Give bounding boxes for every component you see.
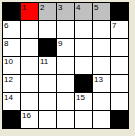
white-cell[interactable]: 7 <box>111 21 129 39</box>
black-cell <box>75 75 93 93</box>
white-cell[interactable] <box>111 75 129 93</box>
white-cell[interactable]: 9 <box>57 39 75 57</box>
white-cell[interactable] <box>93 57 111 75</box>
black-cell <box>39 39 57 57</box>
white-cell[interactable] <box>57 111 75 129</box>
white-cell[interactable] <box>39 21 57 39</box>
white-cell[interactable]: 14 <box>3 93 21 111</box>
white-cell[interactable] <box>39 93 57 111</box>
clue-number: 7 <box>112 21 116 30</box>
white-cell[interactable]: 10 <box>3 57 21 75</box>
crossword-grid: 12345678910111213141516 <box>2 2 129 129</box>
white-cell[interactable] <box>57 75 75 93</box>
white-cell[interactable] <box>57 21 75 39</box>
white-cell[interactable] <box>111 39 129 57</box>
white-cell[interactable] <box>21 75 39 93</box>
black-cell <box>3 3 21 21</box>
clue-number: 10 <box>4 57 13 66</box>
clue-number: 11 <box>40 57 48 66</box>
clue-number: 2 <box>40 3 44 12</box>
white-cell[interactable]: 12 <box>3 75 21 93</box>
selected-cell[interactable]: 1 <box>21 3 39 21</box>
white-cell[interactable] <box>21 39 39 57</box>
white-cell[interactable] <box>21 21 39 39</box>
white-cell[interactable] <box>93 93 111 111</box>
black-cell <box>3 111 21 129</box>
white-cell[interactable] <box>75 39 93 57</box>
clue-number: 1 <box>22 3 26 12</box>
white-cell[interactable]: 6 <box>3 21 21 39</box>
highlighted-word-cell[interactable]: 2 <box>39 3 57 21</box>
clue-number: 14 <box>4 93 13 102</box>
white-cell[interactable] <box>75 57 93 75</box>
clue-number: 9 <box>58 39 62 48</box>
black-cell <box>111 111 129 129</box>
white-cell[interactable]: 13 <box>93 75 111 93</box>
clue-number: 16 <box>22 111 31 120</box>
clue-number: 15 <box>76 93 85 102</box>
clue-number: 4 <box>76 3 80 12</box>
white-cell[interactable] <box>93 21 111 39</box>
clue-number: 5 <box>94 3 98 12</box>
white-cell[interactable] <box>21 93 39 111</box>
white-cell[interactable] <box>57 57 75 75</box>
white-cell[interactable]: 15 <box>75 93 93 111</box>
highlighted-word-cell[interactable]: 3 <box>57 3 75 21</box>
white-cell[interactable] <box>21 57 39 75</box>
white-cell[interactable]: 11 <box>39 57 57 75</box>
clue-number: 6 <box>4 21 8 30</box>
white-cell[interactable] <box>111 57 129 75</box>
white-cell[interactable]: 16 <box>21 111 39 129</box>
white-cell[interactable] <box>75 21 93 39</box>
clue-number: 3 <box>58 3 62 12</box>
white-cell[interactable]: 8 <box>3 39 21 57</box>
white-cell[interactable] <box>57 93 75 111</box>
white-cell[interactable] <box>75 111 93 129</box>
clue-number: 12 <box>4 75 13 84</box>
white-cell[interactable] <box>111 93 129 111</box>
highlighted-word-cell[interactable]: 5 <box>93 3 111 21</box>
highlighted-word-cell[interactable]: 4 <box>75 3 93 21</box>
white-cell[interactable] <box>93 39 111 57</box>
black-cell <box>111 3 129 21</box>
white-cell[interactable] <box>93 111 111 129</box>
white-cell[interactable] <box>39 75 57 93</box>
clue-number: 8 <box>4 39 8 48</box>
clue-number: 13 <box>94 75 103 84</box>
white-cell[interactable] <box>39 111 57 129</box>
